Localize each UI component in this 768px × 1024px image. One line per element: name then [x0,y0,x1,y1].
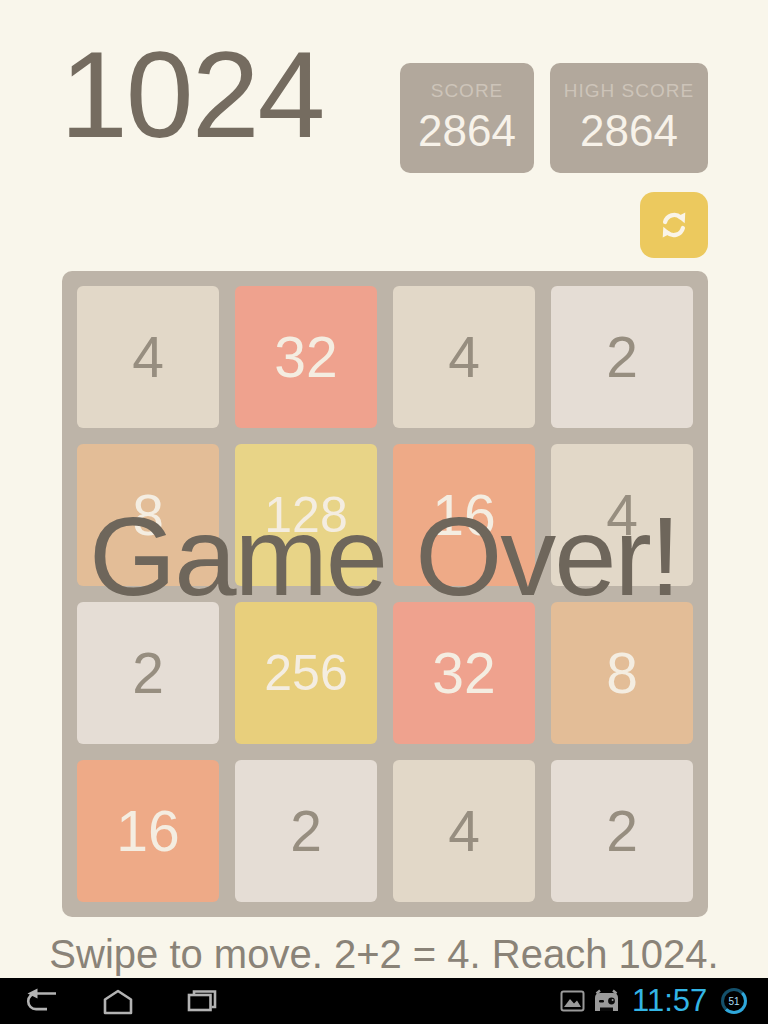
android-navbar: 11:57 51 [0,978,768,1024]
tile-2: 2 [77,602,219,744]
status-clock: 11:57 [632,978,707,1024]
battery-circle-icon: 51 [721,988,747,1014]
back-button[interactable] [18,978,66,1024]
photo-icon [560,978,585,1024]
tile-4: 4 [551,444,693,586]
score-label: SCORE [431,80,504,102]
score-value: 2864 [418,106,516,156]
score-box: SCORE 2864 [400,63,534,173]
score-panel: SCORE 2864 HIGH SCORE 2864 [400,63,708,173]
tile-8: 8 [551,602,693,744]
tile-4: 4 [393,286,535,428]
tile-4: 4 [393,760,535,902]
tile-16: 16 [393,444,535,586]
refresh-icon [655,206,693,244]
high-score-label: HIGH SCORE [564,80,694,102]
board-grid: 432428128164225632816242 [62,271,708,917]
tile-128: 128 [235,444,377,586]
hint-text: Swipe to move. 2+2 = 4. Reach 1024. [0,932,768,977]
tile-4: 4 [77,286,219,428]
cyanogenmod-cid-icon [592,978,621,1024]
tile-256: 256 [235,602,377,744]
restart-button[interactable] [640,192,708,258]
app-title: 1024 [60,28,323,162]
high-score-value: 2864 [580,106,678,156]
back-icon [23,988,61,1014]
tile-16: 16 [77,760,219,902]
home-button[interactable] [92,978,144,1024]
tile-32: 32 [235,286,377,428]
home-icon [101,987,135,1015]
game-board[interactable]: 432428128164225632816242 [62,271,708,917]
tile-8: 8 [77,444,219,586]
high-score-box: HIGH SCORE 2864 [550,63,708,173]
tile-32: 32 [393,602,535,744]
recents-button[interactable] [176,978,228,1024]
tile-2: 2 [551,760,693,902]
battery-percent: 51 [728,995,739,1006]
tile-2: 2 [551,286,693,428]
recents-icon [184,987,220,1015]
app-screen: 1024 SCORE 2864 HIGH SCORE 2864 43242812… [0,0,768,1024]
tile-2: 2 [235,760,377,902]
